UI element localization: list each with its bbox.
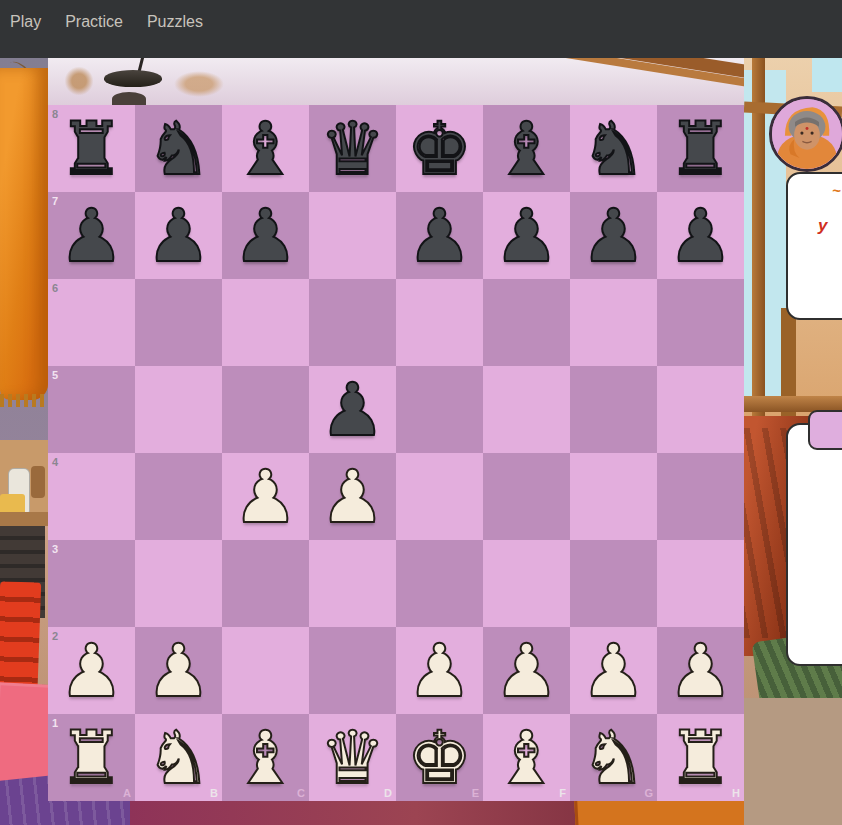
- square-g1[interactable]: G♞: [570, 714, 657, 801]
- piece-white-queen[interactable]: ♛: [320, 721, 385, 794]
- piece-black-rook[interactable]: ♜: [59, 112, 124, 185]
- square-c4[interactable]: ♟: [222, 453, 309, 540]
- square-b4[interactable]: [135, 453, 222, 540]
- piece-white-pawn[interactable]: ♟: [59, 634, 124, 707]
- piece-white-pawn[interactable]: ♟: [494, 634, 559, 707]
- rank-label-2: 2: [52, 630, 58, 642]
- piece-white-pawn[interactable]: ♟: [320, 460, 385, 533]
- square-e5[interactable]: [396, 366, 483, 453]
- square-h8[interactable]: ♜: [657, 105, 744, 192]
- file-label-b: B: [210, 787, 218, 799]
- square-e2[interactable]: ♟: [396, 627, 483, 714]
- square-d4[interactable]: ♟: [309, 453, 396, 540]
- rank-label-1: 1: [52, 717, 58, 729]
- window-sky: [812, 58, 842, 92]
- decor-blob: [112, 92, 146, 106]
- rank-label-5: 5: [52, 369, 58, 381]
- square-g8[interactable]: ♞: [570, 105, 657, 192]
- square-d7[interactable]: [309, 192, 396, 279]
- square-h5[interactable]: [657, 366, 744, 453]
- lamp: [104, 70, 162, 87]
- square-b5[interactable]: [135, 366, 222, 453]
- piece-white-rook[interactable]: ♜: [668, 721, 733, 794]
- file-label-a: A: [123, 787, 131, 799]
- file-label-f: F: [559, 787, 566, 799]
- opponent-portrait-illustration: [772, 99, 842, 169]
- square-c8[interactable]: ♝: [222, 105, 309, 192]
- message-bubble-panel: ~ y: [786, 172, 842, 320]
- square-e4[interactable]: [396, 453, 483, 540]
- top-navbar: Play Practice Puzzles: [0, 0, 842, 58]
- square-h1[interactable]: H♜: [657, 714, 744, 801]
- square-d8[interactable]: ♛: [309, 105, 396, 192]
- opponent-avatar[interactable]: [769, 96, 842, 172]
- square-h3[interactable]: [657, 540, 744, 627]
- square-b6[interactable]: [135, 279, 222, 366]
- square-a6[interactable]: 6: [48, 279, 135, 366]
- maroon-rug: [130, 798, 650, 825]
- file-label-e: E: [472, 787, 479, 799]
- floor: [744, 698, 842, 825]
- square-b8[interactable]: ♞: [135, 105, 222, 192]
- wall-sketch: [62, 64, 96, 98]
- square-b2[interactable]: ♟: [135, 627, 222, 714]
- square-g6[interactable]: [570, 279, 657, 366]
- square-c2[interactable]: [222, 627, 309, 714]
- square-h2[interactable]: ♟: [657, 627, 744, 714]
- piece-black-bishop[interactable]: ♝: [494, 112, 559, 185]
- piece-white-bishop[interactable]: ♝: [233, 721, 298, 794]
- square-g4[interactable]: [570, 453, 657, 540]
- square-f2[interactable]: ♟: [483, 627, 570, 714]
- piece-black-pawn[interactable]: ♟: [581, 199, 646, 272]
- piece-black-pawn[interactable]: ♟: [146, 199, 211, 272]
- piece-black-knight[interactable]: ♞: [581, 112, 646, 185]
- square-e6[interactable]: [396, 279, 483, 366]
- piece-black-pawn[interactable]: ♟: [494, 199, 559, 272]
- piece-white-pawn[interactable]: ♟: [581, 634, 646, 707]
- file-label-g: G: [644, 787, 653, 799]
- rank-label-3: 3: [52, 543, 58, 555]
- square-d2[interactable]: [309, 627, 396, 714]
- square-c7[interactable]: ♟: [222, 192, 309, 279]
- square-h4[interactable]: [657, 453, 744, 540]
- square-a2[interactable]: 2♟: [48, 627, 135, 714]
- square-h6[interactable]: [657, 279, 744, 366]
- file-label-h: H: [732, 787, 740, 799]
- square-a8[interactable]: 8♜: [48, 105, 135, 192]
- piece-white-pawn[interactable]: ♟: [146, 634, 211, 707]
- nav-item-puzzles[interactable]: Puzzles: [147, 12, 203, 32]
- file-label-d: D: [384, 787, 392, 799]
- jar: [31, 466, 45, 498]
- square-a5[interactable]: 5: [48, 366, 135, 453]
- nav-item-practice[interactable]: Practice: [65, 12, 123, 32]
- window-frame: [752, 58, 765, 433]
- chess-board: 8♜♞♝♛♚♝♞♜7♟♟♟♟♟♟♟65♟4♟♟32♟♟♟♟♟♟1A♜B♞C♝D♛…: [48, 105, 744, 801]
- piece-black-bishop[interactable]: ♝: [233, 112, 298, 185]
- square-f6[interactable]: [483, 279, 570, 366]
- piece-black-knight[interactable]: ♞: [146, 112, 211, 185]
- shelf-plank: [0, 512, 48, 526]
- orange-curtain: [0, 68, 48, 400]
- square-d5[interactable]: ♟: [309, 366, 396, 453]
- square-g3[interactable]: [570, 540, 657, 627]
- square-e1[interactable]: E♚: [396, 714, 483, 801]
- square-f8[interactable]: ♝: [483, 105, 570, 192]
- piece-black-pawn[interactable]: ♟: [233, 199, 298, 272]
- square-f7[interactable]: ♟: [483, 192, 570, 279]
- square-d1[interactable]: D♛: [309, 714, 396, 801]
- rank-label-7: 7: [52, 195, 58, 207]
- nav-item-play[interactable]: Play: [10, 12, 41, 32]
- square-g7[interactable]: ♟: [570, 192, 657, 279]
- square-g5[interactable]: [570, 366, 657, 453]
- square-b7[interactable]: ♟: [135, 192, 222, 279]
- square-c6[interactable]: [222, 279, 309, 366]
- bubble-text-fragment: ~: [832, 182, 841, 199]
- piece-black-king[interactable]: ♚: [407, 112, 472, 185]
- curtain-fringe: [0, 394, 44, 407]
- piece-white-pawn[interactable]: ♟: [668, 634, 733, 707]
- piece-black-pawn[interactable]: ♟: [668, 199, 733, 272]
- square-d6[interactable]: [309, 279, 396, 366]
- rank-label-4: 4: [52, 456, 58, 468]
- square-c1[interactable]: C♝: [222, 714, 309, 801]
- square-e8[interactable]: ♚: [396, 105, 483, 192]
- piece-black-rook[interactable]: ♜: [668, 112, 733, 185]
- square-f4[interactable]: [483, 453, 570, 540]
- square-b1[interactable]: B♞: [135, 714, 222, 801]
- square-c3[interactable]: [222, 540, 309, 627]
- square-g2[interactable]: ♟: [570, 627, 657, 714]
- square-a1[interactable]: 1A♜: [48, 714, 135, 801]
- piece-white-rook[interactable]: ♜: [59, 721, 124, 794]
- piece-white-knight[interactable]: ♞: [146, 721, 211, 794]
- piece-black-queen[interactable]: ♛: [320, 112, 385, 185]
- piece-white-pawn[interactable]: ♟: [233, 460, 298, 533]
- square-e7[interactable]: ♟: [396, 192, 483, 279]
- square-h7[interactable]: ♟: [657, 192, 744, 279]
- square-a3[interactable]: 3: [48, 540, 135, 627]
- square-a7[interactable]: 7♟: [48, 192, 135, 279]
- square-f5[interactable]: [483, 366, 570, 453]
- side-panel: [786, 423, 842, 666]
- square-e3[interactable]: [396, 540, 483, 627]
- piece-black-pawn[interactable]: ♟: [320, 373, 385, 446]
- piece-white-bishop[interactable]: ♝: [494, 721, 559, 794]
- square-a4[interactable]: 4: [48, 453, 135, 540]
- piece-white-king[interactable]: ♚: [407, 721, 472, 794]
- rank-label-8: 8: [52, 108, 58, 120]
- wall-sketch: [172, 70, 226, 98]
- square-f1[interactable]: F♝: [483, 714, 570, 801]
- square-c5[interactable]: [222, 366, 309, 453]
- square-b3[interactable]: [135, 540, 222, 627]
- piece-white-knight[interactable]: ♞: [581, 721, 646, 794]
- piece-black-pawn[interactable]: ♟: [59, 199, 124, 272]
- square-f3[interactable]: [483, 540, 570, 627]
- bubble-text-fragment: y: [818, 216, 827, 236]
- square-d3[interactable]: [309, 540, 396, 627]
- piece-white-pawn[interactable]: ♟: [407, 634, 472, 707]
- panel-accent-button[interactable]: [808, 410, 842, 450]
- file-label-c: C: [297, 787, 305, 799]
- piece-black-pawn[interactable]: ♟: [407, 199, 472, 272]
- rank-label-6: 6: [52, 282, 58, 294]
